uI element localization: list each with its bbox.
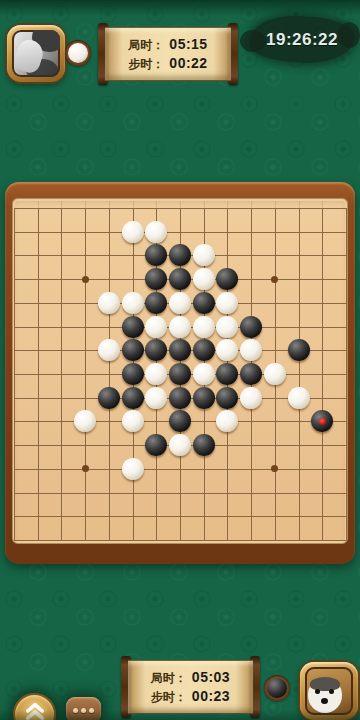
chat-button[interactable] (66, 697, 101, 720)
black-stone (145, 244, 167, 266)
white-stone (122, 410, 144, 432)
black-stone (98, 387, 120, 409)
black-stone-icon (267, 678, 287, 698)
black-stone (311, 410, 333, 432)
game-time-label: 局时： (151, 670, 187, 686)
opponent-stone-indicator (65, 40, 91, 66)
chevron-up-icon (24, 702, 46, 720)
white-stone-icon (68, 43, 88, 63)
white-stone (122, 292, 144, 314)
white-stone (193, 268, 215, 290)
white-stone (122, 458, 144, 480)
player-avatar-photo (305, 667, 353, 715)
black-stone (193, 434, 215, 456)
star-point (271, 276, 278, 283)
black-stone (169, 410, 191, 432)
black-stone (216, 387, 238, 409)
three-dots-icon (89, 708, 94, 713)
white-stone (145, 387, 167, 409)
opponent-avatar[interactable] (7, 25, 65, 82)
black-stone (169, 387, 191, 409)
white-stone (193, 363, 215, 385)
black-stone (169, 339, 191, 361)
player-timer-scroll: 局时： 05:03 步时： 00:23 (121, 656, 260, 718)
black-stone (122, 387, 144, 409)
player-timer-parchment: 局时： 05:03 步时： 00:23 (128, 660, 253, 714)
photo-shape (321, 698, 328, 704)
white-stone (216, 292, 238, 314)
black-stone (122, 316, 144, 338)
game-time-value: 05:15 (169, 36, 207, 52)
black-stone (193, 292, 215, 314)
black-stone (145, 268, 167, 290)
white-stone (145, 221, 167, 243)
star-point (82, 465, 89, 472)
black-stone (240, 363, 262, 385)
black-stone (169, 363, 191, 385)
photo-shape (310, 677, 340, 691)
black-stone (145, 292, 167, 314)
white-stone (193, 316, 215, 338)
black-stone (122, 339, 144, 361)
white-stone (216, 339, 238, 361)
move-time-value: 00:23 (192, 688, 230, 704)
opponent-avatar-photo (12, 30, 60, 77)
black-stone (145, 434, 167, 456)
opponent-timer-scroll: 局时： 05:15 步时： 00:22 (98, 23, 238, 85)
player-stone-indicator (264, 675, 290, 701)
game-time-label: 局时： (128, 37, 164, 53)
star-point (271, 465, 278, 472)
system-clock-text: 19:26:22 (266, 30, 338, 50)
black-stone (169, 268, 191, 290)
white-stone (74, 410, 96, 432)
white-stone (122, 221, 144, 243)
system-clock: 19:26:22 (250, 16, 354, 63)
white-stone (98, 339, 120, 361)
top-shade (0, 0, 360, 16)
move-time-label: 步时： (151, 689, 187, 705)
game-time-value: 05:03 (192, 669, 230, 685)
photo-shape (329, 689, 334, 694)
last-move-marker (319, 418, 326, 425)
white-stone (169, 292, 191, 314)
white-stone (169, 316, 191, 338)
opponent-timer-parchment: 局时： 05:15 步时： 00:22 (105, 27, 231, 81)
white-stone (98, 292, 120, 314)
white-stone (240, 339, 262, 361)
star-point (82, 276, 89, 283)
white-stone (240, 387, 262, 409)
white-stone (288, 387, 310, 409)
black-stone (145, 339, 167, 361)
three-dots-icon (73, 708, 78, 713)
black-stone (193, 339, 215, 361)
player-avatar[interactable] (300, 662, 358, 720)
black-stone (216, 363, 238, 385)
gomoku-board (5, 182, 355, 564)
expand-button[interactable] (13, 693, 56, 720)
move-time-label: 步时： (128, 56, 164, 72)
black-stone (240, 316, 262, 338)
white-stone (169, 434, 191, 456)
black-stone (288, 339, 310, 361)
white-stone (193, 244, 215, 266)
white-stone (216, 410, 238, 432)
move-time-value: 00:22 (169, 55, 207, 71)
black-stone (216, 268, 238, 290)
three-dots-icon (81, 708, 86, 713)
game-screen: 局时： 05:15 步时： 00:22 19:26:22 局时： 05:03 步… (0, 0, 360, 720)
black-stone (169, 244, 191, 266)
black-stone (122, 363, 144, 385)
white-stone (145, 316, 167, 338)
black-stone (193, 387, 215, 409)
white-stone (264, 363, 286, 385)
board-grid[interactable] (14, 208, 347, 541)
white-stone (216, 316, 238, 338)
white-stone (145, 363, 167, 385)
photo-shape (315, 689, 320, 694)
board-surface (12, 198, 348, 544)
